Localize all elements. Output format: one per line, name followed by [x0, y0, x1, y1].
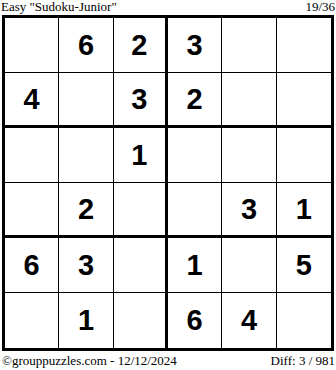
cell-r3c1-empty[interactable] [5, 128, 59, 183]
cell-r6c4-given: 6 [168, 293, 222, 348]
cell-r6c6-empty[interactable] [277, 293, 331, 348]
puzzle-title: Easy "Sudoku-Junior" [1, 0, 117, 14]
cell-r3c3-given: 1 [114, 128, 168, 183]
cell-r6c1-empty[interactable] [5, 293, 59, 348]
difficulty-rating: Diff: 3 / 981 [271, 354, 335, 368]
cell-r5c2-given: 3 [59, 238, 113, 293]
cell-r2c4-given: 2 [168, 73, 222, 128]
cell-r3c4-empty[interactable] [168, 128, 222, 183]
cell-r2c3-given: 3 [114, 73, 168, 128]
cell-r4c1-empty[interactable] [5, 183, 59, 238]
cell-r4c3-empty[interactable] [114, 183, 168, 238]
cell-r3c6-empty[interactable] [277, 128, 331, 183]
header: Easy "Sudoku-Junior" 19/36 [0, 0, 336, 15]
cell-r6c2-given: 1 [59, 293, 113, 348]
puzzle-page: Easy "Sudoku-Junior" 19/36 6234321231631… [0, 0, 336, 370]
cell-r4c2-given: 2 [59, 183, 113, 238]
cell-r1c1-empty[interactable] [5, 18, 59, 73]
cell-r5c3-empty[interactable] [114, 238, 168, 293]
cell-r6c5-given: 4 [222, 293, 276, 348]
cell-r6c3-empty[interactable] [114, 293, 168, 348]
cell-r2c5-empty[interactable] [222, 73, 276, 128]
cell-r2c1-given: 4 [5, 73, 59, 128]
sudoku-board: 62343212316315164 [2, 15, 334, 351]
footer: ©grouppuzzles.com - 12/12/2024 Diff: 3 /… [0, 351, 336, 368]
givens-counter: 19/36 [305, 0, 335, 14]
cell-r1c3-given: 2 [114, 18, 168, 73]
cell-r4c5-given: 3 [222, 183, 276, 238]
cell-r4c6-given: 1 [277, 183, 331, 238]
cell-r2c2-empty[interactable] [59, 73, 113, 128]
copyright-date: ©grouppuzzles.com - 12/12/2024 [2, 354, 177, 368]
cell-r1c4-given: 3 [168, 18, 222, 73]
cell-r3c5-empty[interactable] [222, 128, 276, 183]
cell-r4c4-empty[interactable] [168, 183, 222, 238]
cell-r1c6-empty[interactable] [277, 18, 331, 73]
cell-r2c6-empty[interactable] [277, 73, 331, 128]
cell-r1c5-empty[interactable] [222, 18, 276, 73]
cell-r5c5-empty[interactable] [222, 238, 276, 293]
cell-r1c2-given: 6 [59, 18, 113, 73]
cell-r3c2-empty[interactable] [59, 128, 113, 183]
cell-r5c1-given: 6 [5, 238, 59, 293]
cell-r5c4-given: 1 [168, 238, 222, 293]
cell-r5c6-given: 5 [277, 238, 331, 293]
